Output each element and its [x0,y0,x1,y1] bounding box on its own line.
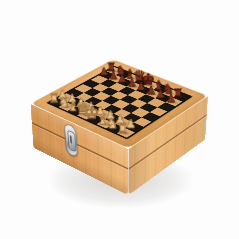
scene: ♜♞♝♛♚♝♞♜♟♟♟♟♟♟♟♟♟♟♟♟♟♟♟♟♜♞♝♛♚♝♞♜ [0,0,239,239]
clasp-slot-icon [70,135,72,144]
piece-black-pawn-h7: ♟ [165,97,183,106]
black-pawn-icon: ♟ [158,93,183,104]
clasp-hook-icon [67,130,76,153]
chess-gift-box: ♜♞♝♛♚♝♞♜♟♟♟♟♟♟♟♟♟♟♟♟♟♟♟♟♜♞♝♛♚♝♞♜ [30,60,208,150]
white-rook-icon: ♜ [109,122,135,135]
metal-clasp [64,122,79,158]
clasp-plate-icon [64,122,79,158]
product-photo: ♜♞♝♛♚♝♞♜♟♟♟♟♟♟♟♟♟♟♟♟♟♟♟♟♜♞♝♛♚♝♞♜ [0,0,239,239]
